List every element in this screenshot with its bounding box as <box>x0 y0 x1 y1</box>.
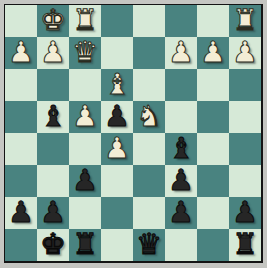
piece-white-rook: ♜ <box>229 4 261 36</box>
square-b6[interactable] <box>197 165 229 197</box>
piece-black-bishop: ♝ <box>165 132 197 164</box>
square-b8[interactable] <box>197 229 229 261</box>
piece-black-pawn: ♟ <box>165 196 197 228</box>
square-f2[interactable]: ♛ <box>69 37 101 69</box>
piece-black-pawn: ♟ <box>165 164 197 196</box>
piece-white-king: ♚ <box>37 4 69 36</box>
square-c3[interactable] <box>165 69 197 101</box>
square-f1[interactable]: ♜ <box>69 5 101 37</box>
square-g3[interactable] <box>37 69 69 101</box>
square-d2[interactable] <box>133 37 165 69</box>
square-a1[interactable]: ♜ <box>229 5 261 37</box>
square-d3[interactable] <box>133 69 165 101</box>
piece-black-pawn: ♟ <box>229 196 261 228</box>
square-g6[interactable] <box>37 165 69 197</box>
square-h3[interactable] <box>5 69 37 101</box>
square-f4[interactable]: ♟ <box>69 101 101 133</box>
piece-black-rook: ♜ <box>229 228 261 260</box>
square-a4[interactable] <box>229 101 261 133</box>
square-a8[interactable]: ♜ <box>229 229 261 261</box>
piece-black-pawn: ♟ <box>101 100 133 132</box>
piece-white-pawn: ♟ <box>5 36 37 68</box>
square-d5[interactable] <box>133 133 165 165</box>
square-d6[interactable] <box>133 165 165 197</box>
square-h7[interactable]: ♟ <box>5 197 37 229</box>
square-e1[interactable] <box>101 5 133 37</box>
square-h8[interactable] <box>5 229 37 261</box>
square-e8[interactable] <box>101 229 133 261</box>
square-c7[interactable]: ♟ <box>165 197 197 229</box>
square-b7[interactable] <box>197 197 229 229</box>
square-c8[interactable] <box>165 229 197 261</box>
piece-black-king: ♚ <box>37 228 69 260</box>
square-b5[interactable] <box>197 133 229 165</box>
piece-white-pawn: ♟ <box>69 100 101 132</box>
piece-white-queen: ♛ <box>69 36 101 68</box>
square-g8[interactable]: ♚ <box>37 229 69 261</box>
square-g7[interactable]: ♟ <box>37 197 69 229</box>
square-g4[interactable]: ♝ <box>37 101 69 133</box>
piece-white-pawn: ♟ <box>37 36 69 68</box>
square-b4[interactable] <box>197 101 229 133</box>
square-a5[interactable] <box>229 133 261 165</box>
piece-white-knight: ♞ <box>133 100 165 132</box>
piece-black-bishop: ♝ <box>37 100 69 132</box>
square-c5[interactable]: ♝ <box>165 133 197 165</box>
board-frame: ♚♜♜♟♟♛♟♟♟♝♝♟♟♞♟♝♟♟♟♟♟♟♚♜♛♜ <box>0 0 267 268</box>
square-e7[interactable] <box>101 197 133 229</box>
square-d4[interactable]: ♞ <box>133 101 165 133</box>
piece-white-pawn: ♟ <box>197 36 229 68</box>
square-a6[interactable] <box>229 165 261 197</box>
square-e2[interactable] <box>101 37 133 69</box>
square-h1[interactable] <box>5 5 37 37</box>
square-e6[interactable] <box>101 165 133 197</box>
piece-black-pawn: ♟ <box>5 196 37 228</box>
piece-white-rook: ♜ <box>69 4 101 36</box>
piece-black-queen: ♛ <box>133 228 165 260</box>
square-f5[interactable] <box>69 133 101 165</box>
piece-white-pawn: ♟ <box>229 36 261 68</box>
square-h5[interactable] <box>5 133 37 165</box>
square-f3[interactable] <box>69 69 101 101</box>
square-e5[interactable]: ♟ <box>101 133 133 165</box>
piece-black-pawn: ♟ <box>69 164 101 196</box>
square-h2[interactable]: ♟ <box>5 37 37 69</box>
square-b3[interactable] <box>197 69 229 101</box>
square-h6[interactable] <box>5 165 37 197</box>
square-c6[interactable]: ♟ <box>165 165 197 197</box>
square-c1[interactable] <box>165 5 197 37</box>
square-e4[interactable]: ♟ <box>101 101 133 133</box>
square-b2[interactable]: ♟ <box>197 37 229 69</box>
piece-white-pawn: ♟ <box>101 132 133 164</box>
piece-black-pawn: ♟ <box>37 196 69 228</box>
square-c2[interactable]: ♟ <box>165 37 197 69</box>
square-c4[interactable] <box>165 101 197 133</box>
square-d7[interactable] <box>133 197 165 229</box>
piece-black-rook: ♜ <box>69 228 101 260</box>
square-f7[interactable] <box>69 197 101 229</box>
square-e3[interactable]: ♝ <box>101 69 133 101</box>
square-h4[interactable] <box>5 101 37 133</box>
square-d8[interactable]: ♛ <box>133 229 165 261</box>
square-a3[interactable] <box>229 69 261 101</box>
piece-white-pawn: ♟ <box>165 36 197 68</box>
square-f6[interactable]: ♟ <box>69 165 101 197</box>
square-g1[interactable]: ♚ <box>37 5 69 37</box>
square-d1[interactable] <box>133 5 165 37</box>
square-a2[interactable]: ♟ <box>229 37 261 69</box>
square-g2[interactable]: ♟ <box>37 37 69 69</box>
square-b1[interactable] <box>197 5 229 37</box>
square-f8[interactable]: ♜ <box>69 229 101 261</box>
square-a7[interactable]: ♟ <box>229 197 261 229</box>
square-g5[interactable] <box>37 133 69 165</box>
piece-white-bishop: ♝ <box>101 68 133 100</box>
chess-board: ♚♜♜♟♟♛♟♟♟♝♝♟♟♞♟♝♟♟♟♟♟♟♚♜♛♜ <box>4 4 263 263</box>
